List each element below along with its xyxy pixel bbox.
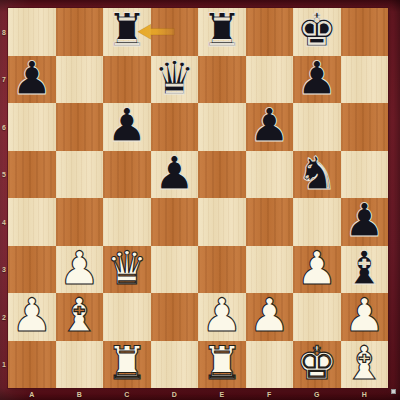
piece-white-pawn-h2[interactable]: ♟ [344,292,385,339]
square-f7[interactable] [246,56,294,104]
file-label-h: H [362,390,367,397]
piece-white-pawn-b3[interactable]: ♟ [59,245,100,292]
square-c6[interactable]: ♟ [103,103,151,151]
square-e7[interactable] [198,56,246,104]
square-d7[interactable]: ♛ [151,56,199,104]
square-g2[interactable] [293,293,341,341]
square-c5[interactable] [103,151,151,199]
piece-black-pawn-f6[interactable]: ♟ [249,102,290,149]
piece-white-pawn-f2[interactable]: ♟ [249,292,290,339]
square-c1[interactable]: ♜ [103,341,151,389]
piece-black-knight-g5[interactable]: ♞ [296,150,337,197]
rank-label-3: 3 [2,266,6,273]
square-d4[interactable] [151,198,199,246]
square-b3[interactable]: ♟ [56,246,104,294]
piece-white-pawn-g3[interactable]: ♟ [296,245,337,292]
piece-white-queen-c3[interactable]: ♛ [106,245,147,292]
square-a2[interactable]: ♟ [8,293,56,341]
piece-black-pawn-a7[interactable]: ♟ [11,55,52,102]
square-c8[interactable]: ♜ [103,8,151,56]
piece-white-bishop-b2[interactable]: ♝ [59,292,100,339]
piece-black-rook-e8[interactable]: ♜ [201,7,242,54]
file-label-c: C [124,390,129,397]
square-g7[interactable]: ♟ [293,56,341,104]
file-label-d: D [172,390,177,397]
square-f3[interactable] [246,246,294,294]
rank-label-1: 1 [2,361,6,368]
rank-label-2: 2 [2,313,6,320]
piece-black-pawn-d5[interactable]: ♟ [154,150,195,197]
square-b2[interactable]: ♝ [56,293,104,341]
rank-label-5: 5 [2,171,6,178]
square-h5[interactable] [341,151,389,199]
square-f6[interactable]: ♟ [246,103,294,151]
square-a3[interactable] [8,246,56,294]
chess-board-frame: ♜♜♚♟♛♟♟♟♟♞♟♟♛♟♝♟♝♟♟♟♜♜♚♝ 87654321ABCDEFG… [0,0,400,400]
piece-white-king-g1[interactable]: ♚ [296,340,337,387]
square-a6[interactable] [8,103,56,151]
rank-label-8: 8 [2,28,6,35]
square-g6[interactable] [293,103,341,151]
square-f4[interactable] [246,198,294,246]
square-c4[interactable] [103,198,151,246]
piece-black-pawn-h4[interactable]: ♟ [344,197,385,244]
square-b8[interactable] [56,8,104,56]
square-a8[interactable] [8,8,56,56]
square-f8[interactable] [246,8,294,56]
file-label-a: A [29,390,34,397]
piece-white-pawn-e2[interactable]: ♟ [201,292,242,339]
square-g4[interactable] [293,198,341,246]
square-c2[interactable] [103,293,151,341]
square-b6[interactable] [56,103,104,151]
resize-grip[interactable] [391,389,396,394]
square-d3[interactable] [151,246,199,294]
square-d5[interactable]: ♟ [151,151,199,199]
square-b4[interactable] [56,198,104,246]
piece-black-king-g8[interactable]: ♚ [296,7,337,54]
square-h2[interactable]: ♟ [341,293,389,341]
square-e3[interactable] [198,246,246,294]
square-d8[interactable] [151,8,199,56]
square-d1[interactable] [151,341,199,389]
square-c7[interactable] [103,56,151,104]
piece-black-rook-c8[interactable]: ♜ [106,7,147,54]
square-g3[interactable]: ♟ [293,246,341,294]
square-f5[interactable] [246,151,294,199]
square-h1[interactable]: ♝ [341,341,389,389]
square-g5[interactable]: ♞ [293,151,341,199]
rank-label-6: 6 [2,123,6,130]
square-c3[interactable]: ♛ [103,246,151,294]
square-d6[interactable] [151,103,199,151]
square-e2[interactable]: ♟ [198,293,246,341]
square-a7[interactable]: ♟ [8,56,56,104]
rank-label-4: 4 [2,218,6,225]
square-h6[interactable] [341,103,389,151]
square-b7[interactable] [56,56,104,104]
square-a4[interactable] [8,198,56,246]
square-h7[interactable] [341,56,389,104]
piece-black-queen-d7[interactable]: ♛ [154,55,195,102]
square-h4[interactable]: ♟ [341,198,389,246]
square-a1[interactable] [8,341,56,389]
square-g8[interactable]: ♚ [293,8,341,56]
square-b5[interactable] [56,151,104,199]
square-e5[interactable] [198,151,246,199]
square-d2[interactable] [151,293,199,341]
piece-black-pawn-g7[interactable]: ♟ [296,55,337,102]
square-g1[interactable]: ♚ [293,341,341,389]
square-e4[interactable] [198,198,246,246]
square-f2[interactable]: ♟ [246,293,294,341]
rank-label-7: 7 [2,76,6,83]
square-h3[interactable]: ♝ [341,246,389,294]
square-b1[interactable] [56,341,104,389]
chess-board: ♜♜♚♟♛♟♟♟♟♞♟♟♛♟♝♟♝♟♟♟♜♜♚♝ [8,8,388,388]
piece-white-bishop-h1[interactable]: ♝ [344,340,385,387]
piece-white-pawn-a2[interactable]: ♟ [11,292,52,339]
piece-white-rook-c1[interactable]: ♜ [106,340,147,387]
square-e8[interactable]: ♜ [198,8,246,56]
square-h8[interactable] [341,8,389,56]
file-label-g: G [314,390,319,397]
square-f1[interactable] [246,341,294,389]
piece-white-rook-e1[interactable]: ♜ [201,340,242,387]
file-label-f: F [267,390,271,397]
square-a5[interactable] [8,151,56,199]
file-label-b: B [77,390,82,397]
piece-black-pawn-c6[interactable]: ♟ [106,102,147,149]
file-label-e: E [219,390,224,397]
square-e1[interactable]: ♜ [198,341,246,389]
piece-black-bishop-h3[interactable]: ♝ [344,245,385,292]
square-e6[interactable] [198,103,246,151]
